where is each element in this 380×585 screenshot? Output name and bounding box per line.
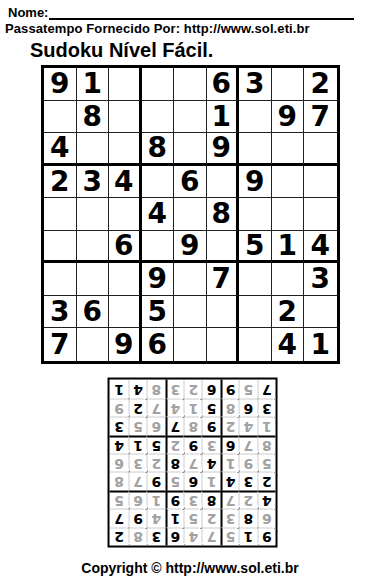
puzzle-cell-r1c6: 6: [207, 68, 240, 101]
solution-cell-r4c4: 1: [202, 472, 220, 490]
copyright-line: Copyright © http://www.sol.eti.br: [0, 560, 380, 576]
puzzle-cell-r5c2: [77, 198, 110, 231]
name-field-row: Nome:: [8, 3, 354, 20]
solution-cell-r1c4: 7: [202, 527, 220, 545]
puzzle-cell-r9c5: [174, 328, 207, 361]
puzzle-cell-r1c5: [174, 68, 207, 101]
puzzle-cell-r3c4: 8: [142, 133, 175, 166]
solution-cell-r8c7: 7: [147, 398, 165, 416]
solution-cell-r9c8: 4: [128, 380, 146, 398]
puzzle-cell-r5c8: [272, 198, 305, 231]
solution-cell-r1c3: 5: [220, 527, 238, 545]
puzzle-cell-r6c9: 4: [304, 231, 337, 264]
solution-cell-r5c4: 4: [202, 454, 220, 472]
puzzle-cell-r3c8: [272, 133, 305, 166]
puzzle-cell-r3c9: [304, 133, 337, 166]
puzzle-cell-r4c3: 4: [109, 166, 142, 199]
puzzle-cell-r6c3: 6: [109, 231, 142, 264]
puzzle-cell-r1c3: [109, 68, 142, 101]
puzzle-cell-r2c3: [109, 101, 142, 134]
solution-cell-r7c4: 9: [202, 417, 220, 435]
solution-cell-r8c6: 4: [165, 398, 183, 416]
puzzle-cell-r8c1: 3: [44, 296, 77, 329]
puzzle-cell-r6c1: [44, 231, 77, 264]
puzzle-cell-r2c7: [239, 101, 272, 134]
solution-cell-r1c1: 9: [257, 527, 275, 545]
solution-cell-r6c3: 6: [220, 435, 238, 453]
puzzle-cell-r7c8: [272, 263, 305, 296]
solution-cell-r2c1: 6: [257, 509, 275, 527]
puzzle-cell-r4c7: 9: [239, 166, 272, 199]
puzzle-cell-r5c3: [109, 198, 142, 231]
solution-cell-r8c3: 8: [220, 398, 238, 416]
puzzle-cell-r5c6: 8: [207, 198, 240, 231]
puzzle-cell-r4c1: 2: [44, 166, 77, 199]
provider-line: Passatempo Fornecido Por: http://www.sol…: [5, 21, 310, 36]
puzzle-cell-r7c1: [44, 263, 77, 296]
solution-cell-r3c5: 3: [184, 490, 202, 508]
solution-cell-r4c5: 6: [184, 472, 202, 490]
solution-cell-r1c7: 3: [147, 527, 165, 545]
solution-cell-r6c5: 9: [184, 435, 202, 453]
solution-cell-r9c4: 6: [202, 380, 220, 398]
worksheet-page: { "game": "sudoku", "page": { "nome_labe…: [0, 0, 380, 585]
puzzle-cell-r2c8: 9: [272, 101, 305, 134]
puzzle-cell-r2c1: [44, 101, 77, 134]
puzzle-cell-r2c4: [142, 101, 175, 134]
solution-cell-r9c9: 1: [110, 380, 128, 398]
puzzle-cell-r3c5: [174, 133, 207, 166]
puzzle-cell-r3c2: [77, 133, 110, 166]
solution-cell-r6c7: 5: [147, 435, 165, 453]
puzzle-cell-r2c9: 7: [304, 101, 337, 134]
solution-cell-r9c3: 9: [220, 380, 238, 398]
puzzle-cell-r9c3: 9: [109, 328, 142, 361]
puzzle-cell-r7c7: [239, 263, 272, 296]
solution-cell-r5c2: 9: [239, 454, 257, 472]
puzzle-cell-r8c6: [207, 296, 240, 329]
puzzle-cell-r8c9: [304, 296, 337, 329]
solution-cell-r5c8: 3: [128, 454, 146, 472]
puzzle-cell-r5c9: [304, 198, 337, 231]
solution-cell-r2c7: 4: [147, 509, 165, 527]
solution-cell-r7c5: 8: [184, 417, 202, 435]
solution-cell-r9c6: 3: [165, 380, 183, 398]
puzzle-cell-r9c7: [239, 328, 272, 361]
puzzle-cell-r9c8: 4: [272, 328, 305, 361]
puzzle-cell-r5c1: [44, 198, 77, 231]
solution-cell-r3c6: 9: [165, 490, 183, 508]
solution-cell-r4c7: 9: [147, 472, 165, 490]
solution-cell-r6c6: 2: [165, 435, 183, 453]
puzzle-grid: 916328197489234694869514973365279641: [41, 65, 340, 364]
solution-cell-r9c1: 7: [257, 380, 275, 398]
solution-cell-r9c5: 2: [184, 380, 202, 398]
solution-cell-r6c9: 4: [110, 435, 128, 453]
puzzle-cell-r8c4: 5: [142, 296, 175, 329]
solution-cell-r2c6: 1: [165, 509, 183, 527]
solution-cell-r7c9: 3: [110, 417, 128, 435]
solution-cell-r3c8: 6: [128, 490, 146, 508]
solution-cell-r1c6: 6: [165, 527, 183, 545]
solution-cell-r5c9: 6: [110, 454, 128, 472]
solution-cell-r9c7: 8: [147, 380, 165, 398]
solution-cell-r2c9: 7: [110, 509, 128, 527]
solution-cell-r5c7: 2: [147, 454, 165, 472]
solution-cell-r5c6: 8: [165, 454, 183, 472]
solution-cell-r8c5: 1: [184, 398, 202, 416]
solution-cell-r4c8: 7: [128, 472, 146, 490]
solution-cell-r7c3: 2: [220, 417, 238, 435]
puzzle-cell-r1c1: 9: [44, 68, 77, 101]
solution-cell-r7c7: 6: [147, 417, 165, 435]
solution-cell-r8c1: 3: [257, 398, 275, 416]
name-label: Nome:: [8, 5, 48, 20]
puzzle-cell-r8c5: [174, 296, 207, 329]
puzzle-cell-r8c3: [109, 296, 142, 329]
puzzle-cell-r2c2: 8: [77, 101, 110, 134]
puzzle-cell-r5c5: [174, 198, 207, 231]
solution-cell-r6c4: 3: [202, 435, 220, 453]
solution-cell-r1c2: 1: [239, 527, 257, 545]
solution-cell-r2c8: 9: [128, 509, 146, 527]
solution-cell-r8c8: 2: [128, 398, 146, 416]
puzzle-cell-r2c6: 1: [207, 101, 240, 134]
puzzle-cell-r6c7: 5: [239, 231, 272, 264]
solution-cell-r4c3: 4: [220, 472, 238, 490]
solution-cell-r7c6: 7: [165, 417, 183, 435]
solution-cell-r1c5: 4: [184, 527, 202, 545]
puzzle-cell-r9c6: [207, 328, 240, 361]
puzzle-cell-r4c9: [304, 166, 337, 199]
solution-cell-r2c4: 2: [202, 509, 220, 527]
solution-cell-r6c2: 7: [239, 435, 257, 453]
puzzle-cell-r9c2: [77, 328, 110, 361]
solution-cell-r5c5: 7: [184, 454, 202, 472]
solution-cell-r6c1: 8: [257, 435, 275, 453]
puzzle-cell-r6c8: 1: [272, 231, 305, 264]
puzzle-cell-r8c8: 2: [272, 296, 305, 329]
puzzle-cell-r3c1: 4: [44, 133, 77, 166]
solution-cell-r4c2: 3: [239, 472, 257, 490]
puzzle-cell-r7c3: [109, 263, 142, 296]
solution-cell-r7c1: 1: [257, 417, 275, 435]
puzzle-cell-r9c9: 1: [304, 328, 337, 361]
puzzle-cell-r7c2: [77, 263, 110, 296]
solution-cell-r3c1: 4: [257, 490, 275, 508]
solution-cell-r7c2: 4: [239, 417, 257, 435]
puzzle-cell-r4c2: 3: [77, 166, 110, 199]
solution-cell-r3c3: 7: [220, 490, 238, 508]
solution-cell-r2c2: 8: [239, 509, 257, 527]
solution-cell-r2c5: 5: [184, 509, 202, 527]
solution-cell-r2c3: 3: [220, 509, 238, 527]
puzzle-cell-r4c6: [207, 166, 240, 199]
solution-cell-r4c1: 2: [257, 472, 275, 490]
puzzle-cell-r9c1: 7: [44, 328, 77, 361]
puzzle-cell-r8c7: [239, 296, 272, 329]
solution-cell-r9c2: 5: [239, 380, 257, 398]
puzzle-cell-r2c5: [174, 101, 207, 134]
solution-cell-r3c7: 1: [147, 490, 165, 508]
solution-grid-rotated: 9157463826832514974278391652341659785914…: [108, 378, 278, 548]
solution-cell-r6c8: 1: [128, 435, 146, 453]
solution-cell-r5c3: 1: [220, 454, 238, 472]
puzzle-cell-r1c2: 1: [77, 68, 110, 101]
solution-cell-r1c9: 2: [110, 527, 128, 545]
puzzle-cell-r3c7: [239, 133, 272, 166]
solution-cell-r5c1: 5: [257, 454, 275, 472]
puzzle-cell-r7c4: 9: [142, 263, 175, 296]
puzzle-cell-r4c5: 6: [174, 166, 207, 199]
solution-cell-r8c2: 6: [239, 398, 257, 416]
puzzle-cell-r6c6: [207, 231, 240, 264]
puzzle-cell-r8c2: 6: [77, 296, 110, 329]
puzzle-cell-r1c7: 3: [239, 68, 272, 101]
puzzle-cell-r6c2: [77, 231, 110, 264]
puzzle-cell-r1c9: 2: [304, 68, 337, 101]
puzzle-cell-r3c3: [109, 133, 142, 166]
puzzle-cell-r6c4: [142, 231, 175, 264]
solution-cell-r3c2: 2: [239, 490, 257, 508]
solution-cell-r8c9: 9: [110, 398, 128, 416]
page-title: Sudoku Nível Fácil.: [30, 39, 213, 62]
puzzle-cell-r7c9: 3: [304, 263, 337, 296]
solution-cell-r7c8: 5: [128, 417, 146, 435]
solution-cell-r1c8: 8: [128, 527, 146, 545]
puzzle-cell-r3c6: 9: [207, 133, 240, 166]
puzzle-cell-r4c8: [272, 166, 305, 199]
puzzle-cell-r4c4: [142, 166, 175, 199]
solution-cell-r8c4: 5: [202, 398, 220, 416]
puzzle-cell-r5c4: 4: [142, 198, 175, 231]
solution-cell-r4c6: 5: [165, 472, 183, 490]
puzzle-cell-r1c4: [142, 68, 175, 101]
puzzle-cell-r9c4: 6: [142, 328, 175, 361]
solution-cell-r4c9: 8: [110, 472, 128, 490]
name-fill-line: [49, 3, 354, 20]
solution-cell-r3c4: 8: [202, 490, 220, 508]
puzzle-cell-r7c5: [174, 263, 207, 296]
puzzle-cell-r7c6: 7: [207, 263, 240, 296]
puzzle-cell-r6c5: 9: [174, 231, 207, 264]
puzzle-cell-r5c7: [239, 198, 272, 231]
puzzle-cell-r1c8: [272, 68, 305, 101]
solution-cell-r3c9: 5: [110, 490, 128, 508]
